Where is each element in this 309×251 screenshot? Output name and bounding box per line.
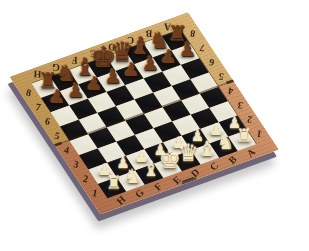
chess-board: ABCDEFGHABCDEFGH8765432187654321 ♜♞♝♛♚♝♞… — [9, 12, 279, 214]
piece-glyph: ♜ — [94, 174, 134, 192]
product-photo: ABCDEFGHABCDEFGH8765432187654321 ♜♞♝♛♚♝♞… — [0, 0, 309, 251]
piece-glyph: ♟ — [37, 87, 77, 106]
